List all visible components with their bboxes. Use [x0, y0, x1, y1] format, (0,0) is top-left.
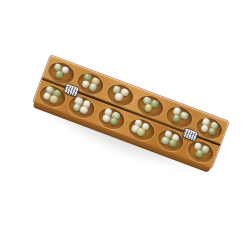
seed-stone-sage — [179, 111, 189, 121]
seed-stone-tan — [49, 94, 59, 104]
seed-stone-olive — [207, 127, 217, 137]
photo-background — [0, 0, 250, 250]
seed-stone-olive — [109, 117, 119, 127]
seed-stone-white — [79, 105, 89, 115]
seed-stone-olive — [194, 149, 204, 159]
seed-stone-yellowgreen — [136, 127, 146, 137]
seed-stone-olive — [172, 114, 182, 124]
seed-stone-yellowgreen — [143, 103, 153, 113]
seed-stone-olive — [168, 139, 178, 149]
seed-stone-olive — [54, 70, 64, 80]
seed-stone-white — [114, 92, 124, 102]
seed-stone-sage — [88, 82, 98, 92]
